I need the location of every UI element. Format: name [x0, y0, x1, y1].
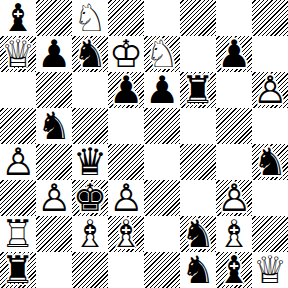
square-c6[interactable]: [72, 72, 108, 108]
square-a5[interactable]: [0, 108, 36, 144]
square-c3[interactable]: ♚♚: [72, 180, 108, 216]
square-e3[interactable]: [144, 180, 180, 216]
piece-wQ-h1: ♛♕: [252, 252, 288, 288]
square-f8[interactable]: [180, 0, 216, 36]
piece-glyph: ♙: [108, 180, 144, 216]
square-h3[interactable]: [252, 180, 288, 216]
square-a7[interactable]: ♛♕: [0, 36, 36, 72]
square-d7[interactable]: ♚♔: [108, 36, 144, 72]
piece-wN-e7: ♞♘: [144, 36, 180, 72]
square-h6[interactable]: ♟♙: [252, 72, 288, 108]
square-e6[interactable]: ♟♟: [144, 72, 180, 108]
piece-wB-d2: ♝♗: [108, 216, 144, 252]
square-d6[interactable]: ♟♟: [108, 72, 144, 108]
piece-glyph: ♟: [36, 36, 72, 72]
square-g5[interactable]: [216, 108, 252, 144]
square-b5[interactable]: ♞♞: [36, 108, 72, 144]
square-f5[interactable]: [180, 108, 216, 144]
square-h8[interactable]: [252, 0, 288, 36]
square-b8[interactable]: [36, 0, 72, 36]
square-a1[interactable]: ♜♜: [0, 252, 36, 288]
square-h7[interactable]: [252, 36, 288, 72]
piece-bR-a1: ♜♜: [0, 252, 36, 288]
piece-wB-c2: ♝♗: [72, 216, 108, 252]
square-c1[interactable]: [72, 252, 108, 288]
square-c7[interactable]: ♞♞: [72, 36, 108, 72]
square-f2[interactable]: ♞♞: [180, 216, 216, 252]
square-b1[interactable]: [36, 252, 72, 288]
piece-glyph: ♙: [216, 180, 252, 216]
piece-bP-b7: ♟♟: [36, 36, 72, 72]
square-d8[interactable]: [108, 0, 144, 36]
piece-bB-a8: ♝♝: [0, 0, 36, 36]
square-a8[interactable]: ♝♝: [0, 0, 36, 36]
piece-glyph: ♔: [108, 36, 144, 72]
piece-wP-b3: ♟♙: [36, 180, 72, 216]
square-a2[interactable]: ♜♖: [0, 216, 36, 252]
square-e7[interactable]: ♞♘: [144, 36, 180, 72]
square-g6[interactable]: [216, 72, 252, 108]
piece-bQ-c4: ♛♛: [72, 144, 108, 180]
piece-glyph: ♛: [72, 144, 108, 180]
piece-glyph: ♞: [72, 36, 108, 72]
square-h4[interactable]: ♞♞: [252, 144, 288, 180]
square-e2[interactable]: [144, 216, 180, 252]
square-e8[interactable]: [144, 0, 180, 36]
piece-wP-g3: ♟♙: [216, 180, 252, 216]
square-d4[interactable]: [108, 144, 144, 180]
square-b3[interactable]: ♟♙: [36, 180, 72, 216]
piece-bB-g1: ♝♝: [216, 252, 252, 288]
piece-glyph: ♘: [72, 0, 108, 36]
square-f7[interactable]: [180, 36, 216, 72]
piece-bN-b5: ♞♞: [36, 108, 72, 144]
square-g3[interactable]: ♟♙: [216, 180, 252, 216]
square-a4[interactable]: ♟♙: [0, 144, 36, 180]
piece-bK-c3: ♚♚: [72, 180, 108, 216]
piece-wQ-a7: ♛♕: [0, 36, 36, 72]
piece-glyph: ♗: [72, 216, 108, 252]
square-f3[interactable]: [180, 180, 216, 216]
square-c4[interactable]: ♛♛: [72, 144, 108, 180]
square-a6[interactable]: [0, 72, 36, 108]
piece-glyph: ♙: [252, 72, 288, 108]
piece-glyph: ♙: [36, 180, 72, 216]
piece-glyph: ♞: [180, 216, 216, 252]
piece-bN-f1: ♞♞: [180, 252, 216, 288]
piece-bN-c7: ♞♞: [72, 36, 108, 72]
piece-glyph: ♟: [216, 36, 252, 72]
square-c2[interactable]: ♝♗: [72, 216, 108, 252]
piece-glyph: ♚: [72, 180, 108, 216]
square-f4[interactable]: [180, 144, 216, 180]
piece-wP-h6: ♟♙: [252, 72, 288, 108]
square-b4[interactable]: [36, 144, 72, 180]
square-d5[interactable]: [108, 108, 144, 144]
square-d3[interactable]: ♟♙: [108, 180, 144, 216]
piece-glyph: ♖: [0, 216, 36, 252]
square-b7[interactable]: ♟♟: [36, 36, 72, 72]
piece-glyph: ♟: [108, 72, 144, 108]
piece-bN-h4: ♞♞: [252, 144, 288, 180]
piece-wR-a2: ♜♖: [0, 216, 36, 252]
piece-glyph: ♗: [216, 216, 252, 252]
piece-wP-a4: ♟♙: [0, 144, 36, 180]
square-g8[interactable]: [216, 0, 252, 36]
piece-glyph: ♜: [0, 252, 36, 288]
square-e5[interactable]: [144, 108, 180, 144]
piece-glyph: ♗: [108, 216, 144, 252]
piece-bN-f2: ♞♞: [180, 216, 216, 252]
square-b6[interactable]: [36, 72, 72, 108]
piece-wP-d3: ♟♙: [108, 180, 144, 216]
piece-glyph: ♘: [144, 36, 180, 72]
square-c5[interactable]: [72, 108, 108, 144]
square-d1[interactable]: [108, 252, 144, 288]
piece-glyph: ♕: [0, 36, 36, 72]
piece-bR-f6: ♜♜: [180, 72, 216, 108]
piece-wB-g2: ♝♗: [216, 216, 252, 252]
square-c8[interactable]: ♞♘: [72, 0, 108, 36]
piece-glyph: ♞: [36, 108, 72, 144]
piece-glyph: ♙: [0, 144, 36, 180]
square-h1[interactable]: ♛♕: [252, 252, 288, 288]
square-g4[interactable]: [216, 144, 252, 180]
piece-wK-d7: ♚♔: [108, 36, 144, 72]
chess-board: ♝♝♞♘♛♕♟♟♞♞♚♔♞♘♟♟♟♟♟♟♜♜♟♙♞♞♟♙♛♛♞♞♟♙♚♚♟♙♟♙…: [0, 0, 288, 288]
square-h5[interactable]: [252, 108, 288, 144]
piece-glyph: ♞: [180, 252, 216, 288]
square-g1[interactable]: ♝♝: [216, 252, 252, 288]
square-b2[interactable]: [36, 216, 72, 252]
piece-bP-g7: ♟♟: [216, 36, 252, 72]
square-f1[interactable]: ♞♞: [180, 252, 216, 288]
square-e4[interactable]: [144, 144, 180, 180]
square-h2[interactable]: [252, 216, 288, 252]
square-f6[interactable]: ♜♜: [180, 72, 216, 108]
piece-glyph: ♝: [216, 252, 252, 288]
square-e1[interactable]: [144, 252, 180, 288]
piece-bP-e6: ♟♟: [144, 72, 180, 108]
square-a3[interactable]: [0, 180, 36, 216]
square-d2[interactable]: ♝♗: [108, 216, 144, 252]
piece-glyph: ♞: [252, 144, 288, 180]
piece-glyph: ♕: [252, 252, 288, 288]
square-g7[interactable]: ♟♟: [216, 36, 252, 72]
piece-wN-c8: ♞♘: [72, 0, 108, 36]
piece-glyph: ♟: [144, 72, 180, 108]
piece-glyph: ♜: [180, 72, 216, 108]
piece-glyph: ♝: [0, 0, 36, 36]
square-g2[interactable]: ♝♗: [216, 216, 252, 252]
piece-bP-d6: ♟♟: [108, 72, 144, 108]
